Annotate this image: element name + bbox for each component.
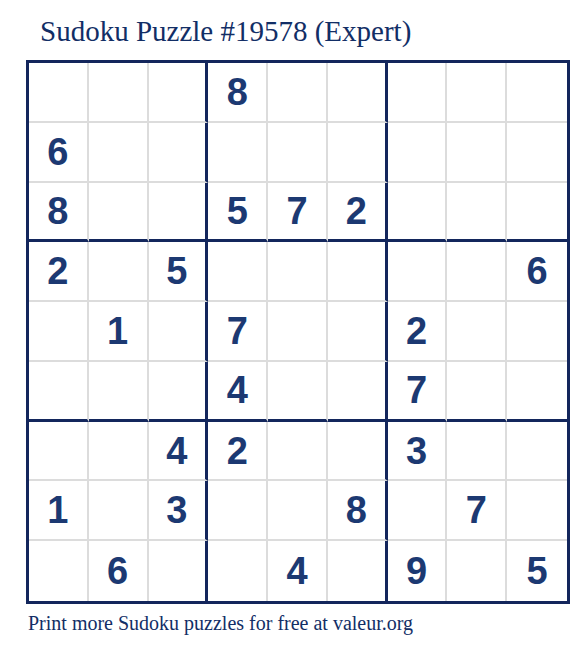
cell-r5c9[interactable] [507, 302, 567, 362]
cell-r4c2[interactable] [89, 242, 149, 302]
cell-r4c6[interactable] [328, 242, 388, 302]
cell-r3c4[interactable]: 5 [208, 183, 268, 243]
cell-r1c8[interactable] [447, 63, 507, 123]
cell-r7c9[interactable] [507, 422, 567, 482]
cell-r6c9[interactable] [507, 362, 567, 422]
cell-r3c6[interactable]: 2 [328, 183, 388, 243]
cell-r4c7[interactable] [388, 242, 448, 302]
cell-r4c4[interactable] [208, 242, 268, 302]
cell-r6c6[interactable] [328, 362, 388, 422]
page-title: Sudoku Puzzle #19578 (Expert) [40, 15, 411, 48]
cell-r6c2[interactable] [89, 362, 149, 422]
cell-r4c3[interactable]: 5 [149, 242, 209, 302]
cell-r9c2[interactable]: 6 [89, 541, 149, 601]
cell-r8c4[interactable] [208, 481, 268, 541]
cell-r5c1[interactable] [29, 302, 89, 362]
cell-r3c2[interactable] [89, 183, 149, 243]
cell-r2c2[interactable] [89, 123, 149, 183]
cell-r4c9[interactable]: 6 [507, 242, 567, 302]
cell-r3c5[interactable]: 7 [268, 183, 328, 243]
cell-r7c8[interactable] [447, 422, 507, 482]
cell-r8c9[interactable] [507, 481, 567, 541]
sudoku-page: Sudoku Puzzle #19578 (Expert) 8685722561… [0, 0, 580, 651]
cell-r5c8[interactable] [447, 302, 507, 362]
cell-r9c6[interactable] [328, 541, 388, 601]
cell-r1c4[interactable]: 8 [208, 63, 268, 123]
cell-r5c2[interactable]: 1 [89, 302, 149, 362]
cell-r7c3[interactable]: 4 [149, 422, 209, 482]
cell-r3c8[interactable] [447, 183, 507, 243]
cell-r5c6[interactable] [328, 302, 388, 362]
cell-r1c2[interactable] [89, 63, 149, 123]
cell-r7c7[interactable]: 3 [388, 422, 448, 482]
sudoku-board: 8685722561724742313876495 [26, 60, 570, 604]
cell-r9c1[interactable] [29, 541, 89, 601]
cell-r1c1[interactable] [29, 63, 89, 123]
cell-r9c4[interactable] [208, 541, 268, 601]
cell-r2c5[interactable] [268, 123, 328, 183]
cell-r1c9[interactable] [507, 63, 567, 123]
cell-r3c7[interactable] [388, 183, 448, 243]
cell-r5c7[interactable]: 2 [388, 302, 448, 362]
cell-r7c2[interactable] [89, 422, 149, 482]
cell-r9c3[interactable] [149, 541, 209, 601]
cell-r4c8[interactable] [447, 242, 507, 302]
cell-r2c8[interactable] [447, 123, 507, 183]
cell-r8c1[interactable]: 1 [29, 481, 89, 541]
cell-r7c6[interactable] [328, 422, 388, 482]
cell-r1c7[interactable] [388, 63, 448, 123]
cell-r5c3[interactable] [149, 302, 209, 362]
cell-r3c9[interactable] [507, 183, 567, 243]
cell-r6c5[interactable] [268, 362, 328, 422]
cell-r2c9[interactable] [507, 123, 567, 183]
cell-r7c4[interactable]: 2 [208, 422, 268, 482]
cell-r9c9[interactable]: 5 [507, 541, 567, 601]
cell-r9c7[interactable]: 9 [388, 541, 448, 601]
cell-r5c4[interactable]: 7 [208, 302, 268, 362]
cell-r7c5[interactable] [268, 422, 328, 482]
cell-r2c3[interactable] [149, 123, 209, 183]
cell-r1c6[interactable] [328, 63, 388, 123]
cell-r2c4[interactable] [208, 123, 268, 183]
cell-r6c8[interactable] [447, 362, 507, 422]
cell-r6c7[interactable]: 7 [388, 362, 448, 422]
cell-r8c8[interactable]: 7 [447, 481, 507, 541]
cell-r9c5[interactable]: 4 [268, 541, 328, 601]
cell-r7c1[interactable] [29, 422, 89, 482]
cell-r6c4[interactable]: 4 [208, 362, 268, 422]
cell-r4c1[interactable]: 2 [29, 242, 89, 302]
cell-r6c1[interactable] [29, 362, 89, 422]
cell-r2c7[interactable] [388, 123, 448, 183]
cell-r6c3[interactable] [149, 362, 209, 422]
cell-r5c5[interactable] [268, 302, 328, 362]
cell-r2c6[interactable] [328, 123, 388, 183]
footer-text: Print more Sudoku puzzles for free at va… [28, 612, 413, 635]
cell-r9c8[interactable] [447, 541, 507, 601]
cell-r2c1[interactable]: 6 [29, 123, 89, 183]
cell-r1c5[interactable] [268, 63, 328, 123]
cell-r1c3[interactable] [149, 63, 209, 123]
cell-r8c3[interactable]: 3 [149, 481, 209, 541]
cell-r3c1[interactable]: 8 [29, 183, 89, 243]
cell-r8c2[interactable] [89, 481, 149, 541]
cell-r8c7[interactable] [388, 481, 448, 541]
cell-r8c5[interactable] [268, 481, 328, 541]
cell-r8c6[interactable]: 8 [328, 481, 388, 541]
cell-r3c3[interactable] [149, 183, 209, 243]
cell-r4c5[interactable] [268, 242, 328, 302]
